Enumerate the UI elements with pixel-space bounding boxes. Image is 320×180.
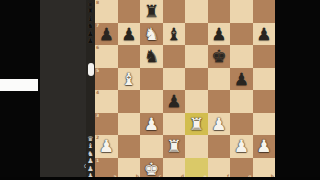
square-c5[interactable]	[140, 68, 163, 91]
overlay-box	[0, 79, 38, 91]
square-d5[interactable]	[163, 68, 186, 91]
rank-label-5: 5	[96, 69, 99, 74]
square-e2[interactable]	[185, 135, 208, 158]
square-c4[interactable]	[140, 90, 163, 113]
white-pawn-h2[interactable]: ♟	[253, 135, 276, 158]
rank-label-3: 3	[96, 114, 99, 119]
white-rook-e3[interactable]: ♜	[185, 113, 208, 136]
square-a4[interactable]: 4	[95, 90, 118, 113]
square-d2[interactable]: ♜	[163, 135, 186, 158]
square-d6[interactable]	[163, 45, 186, 68]
square-b2[interactable]	[118, 135, 141, 158]
square-f2[interactable]	[208, 135, 231, 158]
broadcast-frame: Abasov, Nijat 2654 42:24 40:13 Caruana, …	[0, 0, 320, 180]
square-h7[interactable]: ♟	[253, 23, 276, 46]
black-king-f6[interactable]: ♚	[208, 45, 231, 68]
white-pawn-a2[interactable]: ♟	[95, 135, 118, 158]
rank-label-8: 8	[96, 1, 99, 6]
square-b4[interactable]	[118, 90, 141, 113]
square-h2[interactable]: ♟	[253, 135, 276, 158]
square-b6[interactable]	[118, 45, 141, 68]
square-h6[interactable]	[253, 45, 276, 68]
square-f8[interactable]	[208, 0, 231, 23]
captured-black-pawn-icon: ♟	[87, 38, 93, 45]
square-e8[interactable]	[185, 0, 208, 23]
square-g8[interactable]	[230, 0, 253, 23]
black-pawn-g5[interactable]: ♟	[230, 68, 253, 91]
letterbox-bar	[0, 177, 320, 180]
square-f5[interactable]	[208, 68, 231, 91]
square-h3[interactable]	[253, 113, 276, 136]
scroll-indicator	[88, 63, 94, 76]
white-pawn-g2[interactable]: ♟	[230, 135, 253, 158]
square-f3[interactable]: ♟	[208, 113, 231, 136]
black-pawn-h7[interactable]: ♟	[253, 23, 276, 46]
black-knight-c6[interactable]: ♞	[140, 45, 163, 68]
square-f6[interactable]: ♚	[208, 45, 231, 68]
square-c7[interactable]: ♞	[140, 23, 163, 46]
square-g2[interactable]: ♟	[230, 135, 253, 158]
square-c2[interactable]	[140, 135, 163, 158]
square-h5[interactable]	[253, 68, 276, 91]
square-g3[interactable]	[230, 113, 253, 136]
square-a5[interactable]: 5	[95, 68, 118, 91]
square-b5[interactable]: ♝	[118, 68, 141, 91]
captured-white-pieces: ♛♝♞♟♟♟	[86, 136, 95, 180]
square-d3[interactable]	[163, 113, 186, 136]
black-pawn-f7[interactable]: ♟	[208, 23, 231, 46]
rank-label-4: 4	[96, 91, 99, 96]
square-d4[interactable]: ♟	[163, 90, 186, 113]
square-b3[interactable]	[118, 113, 141, 136]
captured-black-pieces: ♛♜♝♞♟♟	[86, 1, 95, 45]
black-rook-c8[interactable]: ♜	[140, 0, 163, 23]
square-e7[interactable]	[185, 23, 208, 46]
square-h4[interactable]	[253, 90, 276, 113]
square-c8[interactable]: ♜	[140, 0, 163, 23]
square-e6[interactable]	[185, 45, 208, 68]
black-pawn-a7[interactable]: ♟	[95, 23, 118, 46]
square-a7[interactable]: 7♟	[95, 23, 118, 46]
square-e4[interactable]	[185, 90, 208, 113]
square-h8[interactable]	[253, 0, 276, 23]
square-a8[interactable]: 8	[95, 0, 118, 23]
square-c6[interactable]: ♞	[140, 45, 163, 68]
square-a3[interactable]: 3	[95, 113, 118, 136]
square-g5[interactable]: ♟	[230, 68, 253, 91]
square-d8[interactable]	[163, 0, 186, 23]
square-g6[interactable]	[230, 45, 253, 68]
square-f4[interactable]	[208, 90, 231, 113]
square-a6[interactable]: 6	[95, 45, 118, 68]
square-g7[interactable]	[230, 23, 253, 46]
black-pawn-b7[interactable]: ♟	[118, 23, 141, 46]
square-e3[interactable]: ♜	[185, 113, 208, 136]
square-g4[interactable]	[230, 90, 253, 113]
white-pawn-f3[interactable]: ♟	[208, 113, 231, 136]
white-pawn-c3[interactable]: ♟	[140, 113, 163, 136]
chess-board[interactable]: 8♜7♟♟♞♝♟♟6♞♚5♝♟4♟3♟♜♟2♟♜♟♟1abc♚defgh	[95, 0, 275, 180]
white-knight-c7[interactable]: ♞	[140, 23, 163, 46]
square-b8[interactable]	[118, 0, 141, 23]
square-d7[interactable]: ♝	[163, 23, 186, 46]
square-c3[interactable]: ♟	[140, 113, 163, 136]
captured-pieces-strip: ♛♜♝♞♟♟ ♛♝♞♟♟♟	[86, 0, 95, 180]
square-a2[interactable]: 2♟	[95, 135, 118, 158]
black-bishop-d7[interactable]: ♝	[163, 23, 186, 46]
rank-label-6: 6	[96, 46, 99, 51]
square-e5[interactable]	[185, 68, 208, 91]
square-b7[interactable]: ♟	[118, 23, 141, 46]
black-pawn-d4[interactable]: ♟	[163, 90, 186, 113]
rank-label-1: 1	[96, 159, 99, 164]
square-f7[interactable]: ♟	[208, 23, 231, 46]
white-bishop-b5[interactable]: ♝	[118, 68, 141, 91]
white-rook-d2[interactable]: ♜	[163, 135, 186, 158]
